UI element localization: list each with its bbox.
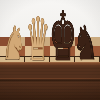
chess-set-photo: abcdefgh ♞♛♚♞: [0, 0, 100, 100]
photo-vignette: [0, 0, 100, 100]
